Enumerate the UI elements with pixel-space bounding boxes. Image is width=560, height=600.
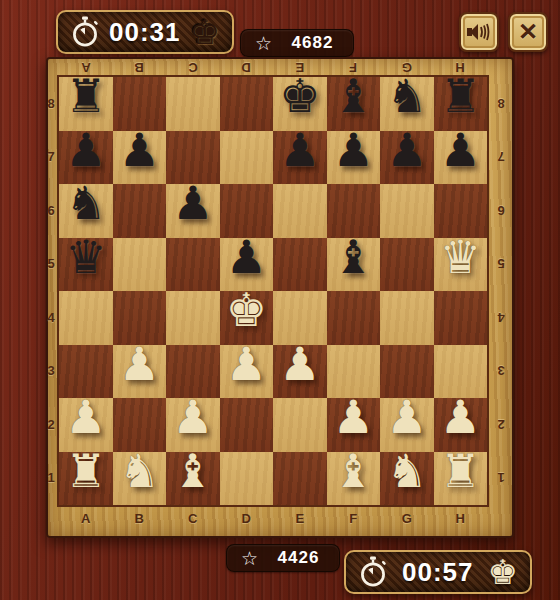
file-label-top-c: C [186,60,200,75]
white-rating-badge: ☆ 4426 [226,544,340,572]
square-g5[interactable] [380,238,434,292]
square-c6[interactable]: ♟ [166,184,220,238]
file-label-bottom-b: B [132,511,146,526]
square-e5[interactable] [273,238,327,292]
piece-black-rook-a8[interactable]: ♜ [59,70,113,124]
square-b7[interactable]: ♟ [113,131,167,185]
rank-label-left-6: 6 [44,203,58,218]
square-d1[interactable] [220,452,274,506]
stopwatch-icon [70,16,100,48]
piece-black-queen-a5[interactable]: ♛ [59,231,113,285]
piece-white-rook-a1[interactable]: ♜ [59,445,113,499]
star-icon: ☆ [241,549,258,568]
piece-white-king-d4[interactable]: ♚ [220,284,274,338]
square-e2[interactable] [273,398,327,452]
piece-black-knight-g8[interactable]: ♞ [380,70,434,124]
star-icon: ☆ [255,34,272,53]
square-e6[interactable] [273,184,327,238]
square-h7[interactable]: ♟ [434,131,488,185]
piece-black-pawn-g7[interactable]: ♟ [380,124,434,178]
square-d8[interactable] [220,77,274,131]
piece-black-bishop-f8[interactable]: ♝ [327,70,381,124]
black-player-king-icon: ♚ [190,15,220,49]
rank-label-left-8: 8 [44,96,58,111]
square-e3[interactable]: ♟ [273,345,327,399]
piece-white-queen-h5[interactable]: ♛ [434,231,488,285]
close-icon: ✕ [518,18,538,46]
piece-black-rook-h8[interactable]: ♜ [434,70,488,124]
rank-label-right-6: 6 [494,203,508,218]
piece-white-pawn-a2[interactable]: ♟ [59,391,113,445]
white-rating-value: 4426 [272,548,325,568]
rank-label-right-8: 8 [494,96,508,111]
file-label-bottom-e: E [293,511,307,526]
piece-black-pawn-h7[interactable]: ♟ [434,124,488,178]
piece-white-pawn-d3[interactable]: ♟ [220,338,274,392]
rank-label-left-2: 2 [44,417,58,432]
white-player-king-icon: ♚ [488,555,518,589]
piece-black-pawn-f7[interactable]: ♟ [327,124,381,178]
square-b6[interactable] [113,184,167,238]
file-label-bottom-c: C [186,511,200,526]
piece-white-pawn-b3[interactable]: ♟ [113,338,167,392]
file-label-bottom-a: A [79,511,93,526]
square-h4[interactable] [434,291,488,345]
square-b1[interactable]: ♞ [113,452,167,506]
rank-label-left-3: 3 [44,363,58,378]
piece-black-king-e8[interactable]: ♚ [273,70,327,124]
piece-black-bishop-f5[interactable]: ♝ [327,231,381,285]
chess-board: ♜♚♝♞♜♟♟♟♟♟♟♞♟♛♟♝♛♚♟♟♟♟♟♟♟♟♜♞♝♝♞♜ [59,77,487,505]
file-label-bottom-g: G [400,511,414,526]
sound-button[interactable] [459,12,499,52]
square-a1[interactable]: ♜ [59,452,113,506]
file-label-top-b: B [132,60,146,75]
square-d3[interactable]: ♟ [220,345,274,399]
square-f5[interactable]: ♝ [327,238,381,292]
rank-label-left-7: 7 [44,149,58,164]
file-label-bottom-h: H [453,511,467,526]
square-f1[interactable]: ♝ [327,452,381,506]
piece-black-pawn-c6[interactable]: ♟ [166,177,220,231]
piece-white-bishop-f1[interactable]: ♝ [327,445,381,499]
piece-white-pawn-g2[interactable]: ♟ [380,391,434,445]
piece-white-pawn-h2[interactable]: ♟ [434,391,488,445]
square-c1[interactable]: ♝ [166,452,220,506]
square-h1[interactable]: ♜ [434,452,488,506]
white-timer-value: 00:57 [402,557,474,588]
rank-label-right-3: 3 [494,363,508,378]
square-e1[interactable] [273,452,327,506]
piece-white-knight-g1[interactable]: ♞ [380,445,434,499]
rank-label-right-5: 5 [494,256,508,271]
rank-label-left-5: 5 [44,256,58,271]
piece-white-pawn-e3[interactable]: ♟ [273,338,327,392]
square-c8[interactable] [166,77,220,131]
rank-label-left-4: 4 [44,310,58,325]
piece-white-pawn-c2[interactable]: ♟ [166,391,220,445]
rank-label-right-1: 1 [494,470,508,485]
speaker-icon [466,20,492,44]
square-b5[interactable] [113,238,167,292]
black-timer-panel: 00:31 ♚ [56,10,234,54]
square-f4[interactable] [327,291,381,345]
file-label-top-d: D [239,60,253,75]
square-d7[interactable] [220,131,274,185]
piece-black-pawn-e7[interactable]: ♟ [273,124,327,178]
square-c5[interactable] [166,238,220,292]
white-timer-panel: 00:57 ♚ [344,550,532,594]
rank-label-right-7: 7 [494,149,508,164]
rank-label-right-4: 4 [494,310,508,325]
game-screen: 00:31 ♚ ☆ 4682 ✕ ABCDEFGHABCDEFGH8765432… [0,0,560,600]
square-b3[interactable]: ♟ [113,345,167,399]
square-g4[interactable] [380,291,434,345]
chess-board-frame: ABCDEFGHABCDEFGH8765432187654321 ♜♚♝♞♜♟♟… [46,57,514,538]
black-rating-value: 4682 [286,33,339,53]
square-f7[interactable]: ♟ [327,131,381,185]
black-timer-value: 00:31 [109,17,181,48]
piece-white-bishop-c1[interactable]: ♝ [166,445,220,499]
square-a4[interactable] [59,291,113,345]
piece-white-knight-b1[interactable]: ♞ [113,445,167,499]
black-rating-badge: ☆ 4682 [240,29,354,57]
piece-black-knight-a6[interactable]: ♞ [59,177,113,231]
rank-label-left-1: 1 [44,470,58,485]
file-label-bottom-d: D [239,511,253,526]
stopwatch-icon [358,556,388,588]
square-a5[interactable]: ♛ [59,238,113,292]
square-d2[interactable] [220,398,274,452]
square-g7[interactable]: ♟ [380,131,434,185]
rank-label-right-2: 2 [494,417,508,432]
file-label-bottom-f: F [346,511,360,526]
piece-black-pawn-a7[interactable]: ♟ [59,124,113,178]
square-e7[interactable]: ♟ [273,131,327,185]
square-c4[interactable] [166,291,220,345]
square-h5[interactable]: ♛ [434,238,488,292]
piece-black-pawn-d5[interactable]: ♟ [220,231,274,285]
square-g1[interactable]: ♞ [380,452,434,506]
piece-black-pawn-b7[interactable]: ♟ [113,124,167,178]
piece-white-rook-h1[interactable]: ♜ [434,445,488,499]
close-button[interactable]: ✕ [508,12,548,52]
square-g6[interactable] [380,184,434,238]
piece-white-pawn-f2[interactable]: ♟ [327,391,381,445]
